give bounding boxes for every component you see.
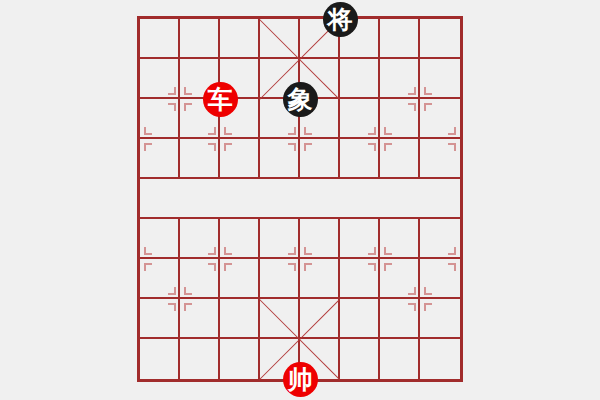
pieces-layer: 将车象帅	[140, 19, 460, 379]
piece-black-elephant[interactable]: 象	[283, 82, 318, 117]
piece-red-general[interactable]: 帅	[283, 362, 318, 397]
xiangqi-app: 将车象帅	[0, 0, 600, 400]
piece-red-chariot[interactable]: 车	[203, 82, 238, 117]
xiangqi-board[interactable]: 将车象帅	[137, 16, 463, 382]
piece-black-general[interactable]: 将	[323, 2, 358, 37]
